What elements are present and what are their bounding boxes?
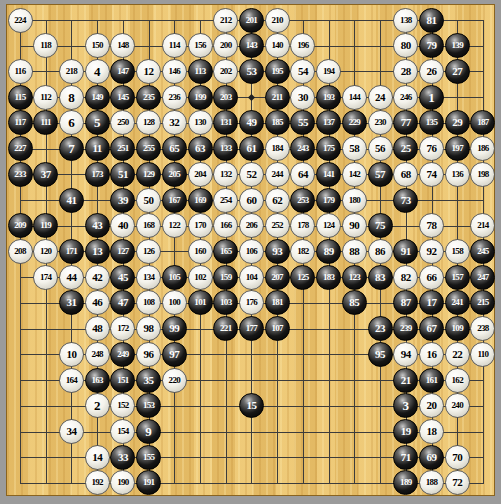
stone-154[interactable]: 154 — [110, 419, 135, 444]
stone-75[interactable]: 75 — [368, 213, 393, 238]
stone-26[interactable]: 26 — [419, 59, 444, 84]
stone-164[interactable]: 164 — [59, 368, 84, 393]
stone-44[interactable]: 44 — [59, 265, 84, 290]
stone-5[interactable]: 5 — [85, 110, 110, 135]
stone-30[interactable]: 30 — [290, 85, 315, 110]
stone-209[interactable]: 209 — [8, 213, 33, 238]
stone-22[interactable]: 22 — [445, 342, 470, 367]
stone-147[interactable]: 147 — [110, 59, 135, 84]
stone-249[interactable]: 249 — [110, 342, 135, 367]
stone-254[interactable]: 254 — [213, 188, 238, 213]
stone-102[interactable]: 102 — [188, 265, 213, 290]
stone-120[interactable]: 120 — [33, 239, 58, 264]
stone-40[interactable]: 40 — [110, 213, 135, 238]
stone-64[interactable]: 64 — [290, 162, 315, 187]
stone-139[interactable]: 139 — [445, 33, 470, 58]
stone-106[interactable]: 106 — [239, 239, 264, 264]
stone-99[interactable]: 99 — [162, 316, 187, 341]
stone-156[interactable]: 156 — [188, 33, 213, 58]
stone-94[interactable]: 94 — [393, 342, 418, 367]
stone-86[interactable]: 86 — [368, 239, 393, 264]
stone-165[interactable]: 165 — [213, 239, 238, 264]
stone-191[interactable]: 191 — [136, 470, 161, 495]
stone-179[interactable]: 179 — [316, 188, 341, 213]
stone-114[interactable]: 114 — [162, 33, 187, 58]
stone-88[interactable]: 88 — [342, 239, 367, 264]
stone-98[interactable]: 98 — [136, 316, 161, 341]
stone-255[interactable]: 255 — [136, 136, 161, 161]
stone-6[interactable]: 6 — [59, 110, 84, 135]
stone-133[interactable]: 133 — [213, 136, 238, 161]
stone-28[interactable]: 28 — [393, 59, 418, 84]
stone-125[interactable]: 125 — [290, 265, 315, 290]
stone-126[interactable]: 126 — [136, 239, 161, 264]
stone-224[interactable]: 224 — [8, 8, 33, 33]
stone-140[interactable]: 140 — [265, 33, 290, 58]
stone-172[interactable]: 172 — [110, 316, 135, 341]
stone-253[interactable]: 253 — [290, 188, 315, 213]
stone-244[interactable]: 244 — [265, 162, 290, 187]
stone-159[interactable]: 159 — [213, 265, 238, 290]
stone-152[interactable]: 152 — [110, 393, 135, 418]
stone-149[interactable]: 149 — [85, 85, 110, 110]
stone-20[interactable]: 20 — [419, 393, 444, 418]
stone-177[interactable]: 177 — [239, 316, 264, 341]
stone-60[interactable]: 60 — [239, 188, 264, 213]
stone-208[interactable]: 208 — [8, 239, 33, 264]
stone-18[interactable]: 18 — [419, 419, 444, 444]
stone-79[interactable]: 79 — [419, 33, 444, 58]
stone-129[interactable]: 129 — [136, 162, 161, 187]
stone-250[interactable]: 250 — [110, 110, 135, 135]
stone-100[interactable]: 100 — [162, 290, 187, 315]
stone-9[interactable]: 9 — [136, 419, 161, 444]
stone-73[interactable]: 73 — [393, 188, 418, 213]
stone-109[interactable]: 109 — [445, 316, 470, 341]
stone-238[interactable]: 238 — [470, 316, 495, 341]
stone-135[interactable]: 135 — [419, 110, 444, 135]
stone-3[interactable]: 3 — [393, 393, 418, 418]
stone-246[interactable]: 246 — [393, 85, 418, 110]
stone-229[interactable]: 229 — [342, 110, 367, 135]
stone-221[interactable]: 221 — [213, 316, 238, 341]
stone-50[interactable]: 50 — [136, 188, 161, 213]
stone-49[interactable]: 49 — [239, 110, 264, 135]
stone-233[interactable]: 233 — [8, 162, 33, 187]
stone-131[interactable]: 131 — [213, 110, 238, 135]
stone-32[interactable]: 32 — [162, 110, 187, 135]
stone-252[interactable]: 252 — [265, 213, 290, 238]
stone-37[interactable]: 37 — [33, 162, 58, 187]
stone-113[interactable]: 113 — [188, 59, 213, 84]
stone-138[interactable]: 138 — [393, 8, 418, 33]
stone-235[interactable]: 235 — [136, 85, 161, 110]
stone-218[interactable]: 218 — [59, 59, 84, 84]
stone-247[interactable]: 247 — [470, 265, 495, 290]
stone-116[interactable]: 116 — [8, 59, 33, 84]
stone-115[interactable]: 115 — [8, 85, 33, 110]
stone-201[interactable]: 201 — [239, 8, 264, 33]
stone-69[interactable]: 69 — [419, 445, 444, 470]
stone-151[interactable]: 151 — [110, 368, 135, 393]
stone-8[interactable]: 8 — [59, 85, 84, 110]
stone-230[interactable]: 230 — [368, 110, 393, 135]
stone-176[interactable]: 176 — [239, 290, 264, 315]
star-point — [248, 94, 255, 101]
stone-227[interactable]: 227 — [8, 136, 33, 161]
stone-81[interactable]: 81 — [419, 8, 444, 33]
stone-17[interactable]: 17 — [419, 290, 444, 315]
stone-29[interactable]: 29 — [445, 110, 470, 135]
stone-184[interactable]: 184 — [265, 136, 290, 161]
stone-157[interactable]: 157 — [445, 265, 470, 290]
stone-47[interactable]: 47 — [110, 290, 135, 315]
stone-220[interactable]: 220 — [162, 368, 187, 393]
stone-14[interactable]: 14 — [85, 445, 110, 470]
stone-68[interactable]: 68 — [393, 162, 418, 187]
stone-45[interactable]: 45 — [110, 265, 135, 290]
goban[interactable]: 1234567891011121314151617181920212223242… — [6, 4, 495, 496]
stone-205[interactable]: 205 — [162, 162, 187, 187]
stone-41[interactable]: 41 — [59, 188, 84, 213]
stone-91[interactable]: 91 — [393, 239, 418, 264]
stone-51[interactable]: 51 — [110, 162, 135, 187]
stone-162[interactable]: 162 — [445, 368, 470, 393]
stone-70[interactable]: 70 — [445, 445, 470, 470]
stone-66[interactable]: 66 — [419, 265, 444, 290]
stone-171[interactable]: 171 — [59, 239, 84, 264]
stone-103[interactable]: 103 — [213, 290, 238, 315]
stone-214[interactable]: 214 — [470, 213, 495, 238]
stone-74[interactable]: 74 — [419, 162, 444, 187]
stone-72[interactable]: 72 — [445, 470, 470, 495]
kifu-viewer-window: 1234567891011121314151617181920212223242… — [0, 0, 501, 504]
stone-119[interactable]: 119 — [33, 213, 58, 238]
stone-194[interactable]: 194 — [316, 59, 341, 84]
stone-62[interactable]: 62 — [265, 188, 290, 213]
stone-186[interactable]: 186 — [470, 136, 495, 161]
stone-107[interactable]: 107 — [265, 316, 290, 341]
stone-101[interactable]: 101 — [188, 290, 213, 315]
stone-85[interactable]: 85 — [342, 290, 367, 315]
stone-2[interactable]: 2 — [85, 393, 110, 418]
stone-13[interactable]: 13 — [85, 239, 110, 264]
stone-144[interactable]: 144 — [342, 85, 367, 110]
stone-243[interactable]: 243 — [290, 136, 315, 161]
stone-134[interactable]: 134 — [136, 265, 161, 290]
stone-193[interactable]: 193 — [316, 85, 341, 110]
stone-65[interactable]: 65 — [162, 136, 187, 161]
stone-53[interactable]: 53 — [239, 59, 264, 84]
stone-23[interactable]: 23 — [368, 316, 393, 341]
stone-240[interactable]: 240 — [445, 393, 470, 418]
stone-46[interactable]: 46 — [85, 290, 110, 315]
stone-12[interactable]: 12 — [136, 59, 161, 84]
stone-251[interactable]: 251 — [110, 136, 135, 161]
stone-89[interactable]: 89 — [316, 239, 341, 264]
stone-42[interactable]: 42 — [85, 265, 110, 290]
stone-96[interactable]: 96 — [136, 342, 161, 367]
stone-195[interactable]: 195 — [265, 59, 290, 84]
stone-180[interactable]: 180 — [342, 188, 367, 213]
stone-192[interactable]: 192 — [85, 470, 110, 495]
stone-142[interactable]: 142 — [342, 162, 367, 187]
stone-122[interactable]: 122 — [162, 213, 187, 238]
stone-55[interactable]: 55 — [290, 110, 315, 135]
stone-188[interactable]: 188 — [419, 470, 444, 495]
stone-39[interactable]: 39 — [110, 188, 135, 213]
stone-127[interactable]: 127 — [110, 239, 135, 264]
stone-241[interactable]: 241 — [445, 290, 470, 315]
stone-167[interactable]: 167 — [162, 188, 187, 213]
stone-82[interactable]: 82 — [393, 265, 418, 290]
stone-78[interactable]: 78 — [419, 213, 444, 238]
stone-163[interactable]: 163 — [85, 368, 110, 393]
stone-97[interactable]: 97 — [162, 342, 187, 367]
stone-35[interactable]: 35 — [136, 368, 161, 393]
stone-178[interactable]: 178 — [290, 213, 315, 238]
stone-77[interactable]: 77 — [393, 110, 418, 135]
stone-204[interactable]: 204 — [188, 162, 213, 187]
stone-33[interactable]: 33 — [110, 445, 135, 470]
stone-1[interactable]: 1 — [419, 85, 444, 110]
stone-54[interactable]: 54 — [290, 59, 315, 84]
stone-137[interactable]: 137 — [316, 110, 341, 135]
stone-95[interactable]: 95 — [368, 342, 393, 367]
stone-111[interactable]: 111 — [33, 110, 58, 135]
stone-92[interactable]: 92 — [419, 239, 444, 264]
stone-52[interactable]: 52 — [239, 162, 264, 187]
stone-197[interactable]: 197 — [445, 136, 470, 161]
stone-200[interactable]: 200 — [213, 33, 238, 58]
stone-27[interactable]: 27 — [445, 59, 470, 84]
stone-169[interactable]: 169 — [188, 188, 213, 213]
stone-187[interactable]: 187 — [470, 110, 495, 135]
stone-196[interactable]: 196 — [290, 33, 315, 58]
stone-63[interactable]: 63 — [188, 136, 213, 161]
stone-245[interactable]: 245 — [470, 239, 495, 264]
stone-132[interactable]: 132 — [213, 162, 238, 187]
stone-145[interactable]: 145 — [110, 85, 135, 110]
stone-181[interactable]: 181 — [265, 290, 290, 315]
stone-15[interactable]: 15 — [239, 393, 264, 418]
stone-80[interactable]: 80 — [393, 33, 418, 58]
stone-190[interactable]: 190 — [110, 470, 135, 495]
stone-174[interactable]: 174 — [33, 265, 58, 290]
stone-108[interactable]: 108 — [136, 290, 161, 315]
stone-203[interactable]: 203 — [213, 85, 238, 110]
stone-158[interactable]: 158 — [445, 239, 470, 264]
stone-16[interactable]: 16 — [419, 342, 444, 367]
stone-182[interactable]: 182 — [290, 239, 315, 264]
stone-58[interactable]: 58 — [342, 136, 367, 161]
stone-11[interactable]: 11 — [85, 136, 110, 161]
stone-146[interactable]: 146 — [162, 59, 187, 84]
stone-76[interactable]: 76 — [419, 136, 444, 161]
stone-239[interactable]: 239 — [393, 316, 418, 341]
stone-199[interactable]: 199 — [188, 85, 213, 110]
stone-7[interactable]: 7 — [59, 136, 84, 161]
stone-183[interactable]: 183 — [316, 265, 341, 290]
stone-148[interactable]: 148 — [110, 33, 135, 58]
stone-210[interactable]: 210 — [265, 8, 290, 33]
stone-173[interactable]: 173 — [85, 162, 110, 187]
stone-43[interactable]: 43 — [85, 213, 110, 238]
stone-211[interactable]: 211 — [265, 85, 290, 110]
stone-93[interactable]: 93 — [265, 239, 290, 264]
stone-175[interactable]: 175 — [316, 136, 341, 161]
stone-71[interactable]: 71 — [393, 445, 418, 470]
stone-198[interactable]: 198 — [470, 162, 495, 187]
stone-48[interactable]: 48 — [85, 316, 110, 341]
stone-24[interactable]: 24 — [368, 85, 393, 110]
stone-143[interactable]: 143 — [239, 33, 264, 58]
stone-170[interactable]: 170 — [188, 213, 213, 238]
stone-153[interactable]: 153 — [136, 393, 161, 418]
stone-83[interactable]: 83 — [368, 265, 393, 290]
stone-206[interactable]: 206 — [239, 213, 264, 238]
stone-130[interactable]: 130 — [188, 110, 213, 135]
stone-141[interactable]: 141 — [316, 162, 341, 187]
stone-4[interactable]: 4 — [85, 59, 110, 84]
stone-10[interactable]: 10 — [59, 342, 84, 367]
stone-189[interactable]: 189 — [393, 470, 418, 495]
stone-105[interactable]: 105 — [162, 265, 187, 290]
stone-202[interactable]: 202 — [213, 59, 238, 84]
stone-110[interactable]: 110 — [470, 342, 495, 367]
stone-215[interactable]: 215 — [470, 290, 495, 315]
stone-67[interactable]: 67 — [419, 316, 444, 341]
stone-160[interactable]: 160 — [188, 239, 213, 264]
stone-104[interactable]: 104 — [239, 265, 264, 290]
stone-168[interactable]: 168 — [136, 213, 161, 238]
stone-21[interactable]: 21 — [393, 368, 418, 393]
stone-155[interactable]: 155 — [136, 445, 161, 470]
stone-118[interactable]: 118 — [33, 33, 58, 58]
stone-34[interactable]: 34 — [59, 419, 84, 444]
stone-25[interactable]: 25 — [393, 136, 418, 161]
stone-90[interactable]: 90 — [342, 213, 367, 238]
stone-61[interactable]: 61 — [239, 136, 264, 161]
stone-136[interactable]: 136 — [445, 162, 470, 187]
stone-248[interactable]: 248 — [85, 342, 110, 367]
stone-112[interactable]: 112 — [33, 85, 58, 110]
stone-185[interactable]: 185 — [265, 110, 290, 135]
stone-236[interactable]: 236 — [162, 85, 187, 110]
stone-207[interactable]: 207 — [265, 265, 290, 290]
stone-57[interactable]: 57 — [368, 162, 393, 187]
stone-56[interactable]: 56 — [368, 136, 393, 161]
stone-31[interactable]: 31 — [59, 290, 84, 315]
stone-19[interactable]: 19 — [393, 419, 418, 444]
stone-117[interactable]: 117 — [8, 110, 33, 135]
stone-87[interactable]: 87 — [393, 290, 418, 315]
stone-161[interactable]: 161 — [419, 368, 444, 393]
stone-128[interactable]: 128 — [136, 110, 161, 135]
stone-123[interactable]: 123 — [342, 265, 367, 290]
stone-150[interactable]: 150 — [85, 33, 110, 58]
stone-166[interactable]: 166 — [213, 213, 238, 238]
stone-124[interactable]: 124 — [316, 213, 341, 238]
stone-212[interactable]: 212 — [213, 8, 238, 33]
